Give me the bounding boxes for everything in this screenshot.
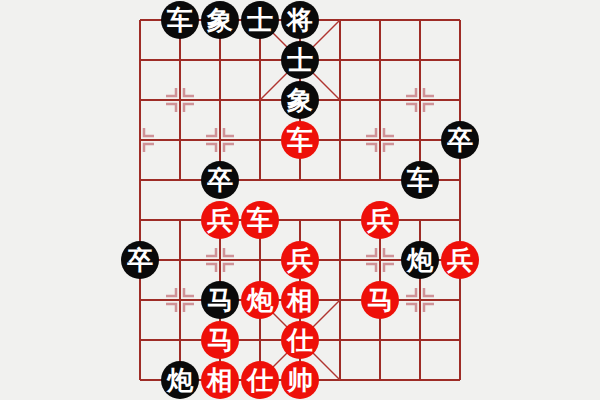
piece-red-elephant[interactable]: 相	[281, 281, 319, 319]
piece-black-advisor[interactable]: 士	[281, 41, 319, 79]
piece-black-soldier[interactable]: 卒	[441, 121, 479, 159]
piece-black-chariot[interactable]: 车	[161, 1, 199, 39]
piece-black-general[interactable]: 将	[281, 1, 319, 39]
piece-black-cannon[interactable]: 炮	[401, 241, 439, 279]
piece-black-horse[interactable]: 马	[201, 281, 239, 319]
piece-red-elephant[interactable]: 相	[201, 361, 239, 399]
piece-red-soldier[interactable]: 兵	[441, 241, 479, 279]
piece-red-soldier[interactable]: 兵	[201, 201, 239, 239]
piece-red-soldier[interactable]: 兵	[281, 241, 319, 279]
piece-red-chariot[interactable]: 车	[241, 201, 279, 239]
piece-red-horse[interactable]: 马	[201, 321, 239, 359]
piece-red-chariot[interactable]: 车	[281, 121, 319, 159]
piece-black-elephant[interactable]: 象	[201, 1, 239, 39]
piece-black-cannon[interactable]: 炮	[161, 361, 199, 399]
piece-black-soldier[interactable]: 卒	[201, 161, 239, 199]
piece-black-elephant[interactable]: 象	[281, 81, 319, 119]
piece-black-chariot[interactable]: 车	[401, 161, 439, 199]
piece-red-cannon[interactable]: 炮	[241, 281, 279, 319]
piece-red-horse[interactable]: 马	[361, 281, 399, 319]
piece-red-advisor[interactable]: 仕	[281, 321, 319, 359]
xiangqi-board-screen: 车象士将士象车卒卒车兵车兵卒兵炮兵马炮相马马仕炮相仕帅	[0, 0, 600, 400]
piece-black-advisor[interactable]: 士	[241, 1, 279, 39]
piece-red-advisor[interactable]: 仕	[241, 361, 279, 399]
board-grid: 车象士将士象车卒卒车兵车兵卒兵炮兵马炮相马马仕炮相仕帅	[120, 0, 480, 400]
piece-red-general[interactable]: 帅	[281, 361, 319, 399]
piece-red-soldier[interactable]: 兵	[361, 201, 399, 239]
piece-black-soldier[interactable]: 卒	[121, 241, 159, 279]
